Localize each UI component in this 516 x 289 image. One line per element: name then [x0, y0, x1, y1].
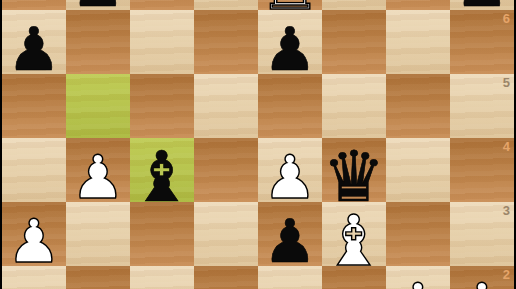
piece-white-pawn-a3[interactable]: ♟ — [2, 209, 66, 273]
wood-grain-texture — [386, 138, 450, 202]
square-c7[interactable] — [130, 0, 194, 10]
square-d2[interactable] — [194, 266, 258, 289]
square-f7[interactable] — [322, 0, 386, 10]
wood-grain-texture — [2, 138, 66, 202]
square-c2[interactable] — [130, 266, 194, 289]
square-c6[interactable] — [130, 10, 194, 74]
square-g7[interactable] — [386, 0, 450, 10]
square-c5[interactable] — [130, 74, 194, 138]
square-d6[interactable] — [194, 10, 258, 74]
wood-grain-texture — [2, 0, 66, 10]
wood-grain-texture — [322, 0, 386, 10]
chess-board[interactable]: 65432♟♜♟♟♟♟♝♟♛♟♟♝♟♟ — [2, 0, 514, 289]
piece-white-pawn-g2[interactable]: ♟ — [386, 273, 450, 289]
square-f6[interactable] — [322, 10, 386, 74]
wood-grain-texture — [130, 10, 194, 74]
piece-black-pawn-b7[interactable]: ♟ — [66, 0, 130, 17]
wood-grain-texture — [194, 10, 258, 74]
square-g3[interactable] — [386, 202, 450, 266]
rank-label-4: 4 — [503, 139, 510, 154]
wood-grain-texture — [130, 0, 194, 10]
wood-grain-texture — [66, 266, 130, 289]
square-g4[interactable] — [386, 138, 450, 202]
wood-grain-texture — [194, 0, 258, 10]
chess-thumbnail-viewport: 65432♟♜♟♟♟♟♝♟♛♟♟♝♟♟ — [0, 0, 516, 289]
square-h4[interactable]: 4 — [450, 138, 514, 202]
wood-grain-texture — [130, 266, 194, 289]
piece-black-bishop-c4[interactable]: ♝ — [130, 145, 194, 209]
wood-grain-texture — [194, 74, 258, 138]
square-d3[interactable] — [194, 202, 258, 266]
rank-label-5: 5 — [503, 75, 510, 90]
piece-black-pawn-a6[interactable]: ♟ — [2, 17, 66, 81]
piece-white-pawn-h2[interactable]: ♟ — [450, 273, 514, 289]
wood-grain-texture — [130, 74, 194, 138]
wood-grain-texture — [386, 10, 450, 74]
wood-grain-texture — [194, 266, 258, 289]
square-h5[interactable]: 5 — [450, 74, 514, 138]
piece-black-pawn-e6[interactable]: ♟ — [258, 17, 322, 81]
square-h3[interactable]: 3 — [450, 202, 514, 266]
square-b2[interactable] — [66, 266, 130, 289]
piece-black-pawn-h7[interactable]: ♟ — [450, 0, 514, 17]
square-d4[interactable] — [194, 138, 258, 202]
piece-white-pawn-e4[interactable]: ♟ — [258, 145, 322, 209]
square-g6[interactable] — [386, 10, 450, 74]
piece-black-pawn-e3[interactable]: ♟ — [258, 209, 322, 273]
square-d5[interactable] — [194, 74, 258, 138]
piece-white-bishop-f3[interactable]: ♝ — [322, 209, 386, 273]
wood-grain-texture — [322, 74, 386, 138]
rank-label-3: 3 — [503, 203, 510, 218]
wood-grain-texture — [386, 202, 450, 266]
square-a7[interactable] — [2, 0, 66, 10]
square-f5[interactable] — [322, 74, 386, 138]
wood-grain-texture — [194, 138, 258, 202]
wood-grain-texture — [386, 74, 450, 138]
square-d7[interactable] — [194, 0, 258, 10]
wood-grain-texture — [194, 202, 258, 266]
piece-white-pawn-b4[interactable]: ♟ — [66, 145, 130, 209]
wood-grain-texture — [386, 0, 450, 10]
wood-grain-texture — [322, 10, 386, 74]
square-b5[interactable] — [66, 74, 130, 138]
square-a4[interactable] — [2, 138, 66, 202]
wood-grain-texture — [66, 74, 130, 138]
square-g5[interactable] — [386, 74, 450, 138]
